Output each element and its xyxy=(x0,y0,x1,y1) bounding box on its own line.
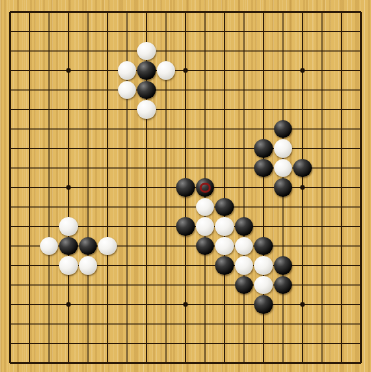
white-stone-glyph: ○ xyxy=(274,159,293,178)
stone-black: ● xyxy=(137,81,156,100)
white-stone-glyph: ○ xyxy=(235,237,254,256)
black-stone-glyph: ● xyxy=(254,159,273,178)
go-board[interactable]: ○○●○○●○●●○●○●●●●○●○●○○●○●●○●○○●○○●○○●●○●… xyxy=(0,0,371,372)
stone-white: ○ xyxy=(235,256,254,275)
stone-black: ● xyxy=(274,178,293,197)
stone-black: ● xyxy=(293,159,312,178)
stone-white: ○ xyxy=(274,139,293,158)
white-stone-glyph: ○ xyxy=(196,217,215,236)
white-stone-glyph: ○ xyxy=(118,81,137,100)
stone-black: ● xyxy=(274,120,293,139)
black-stone-glyph: ● xyxy=(274,178,293,197)
white-stone-glyph: ○ xyxy=(235,256,254,275)
black-stone-glyph: ● xyxy=(274,120,293,139)
stones-layer[interactable]: ○○●○○●○●●○●○●●●●○●○●○○●○●●○●○○●○○●○○●●○●… xyxy=(0,2,371,372)
stone-white: ○ xyxy=(196,198,215,217)
stone-black: ● xyxy=(254,237,273,256)
white-stone-glyph: ○ xyxy=(59,256,78,275)
white-stone-glyph: ○ xyxy=(118,61,137,80)
stone-black: ● xyxy=(176,178,195,197)
stone-white: ○ xyxy=(118,61,137,80)
stone-white: ○ xyxy=(254,256,273,275)
stone-white: ○ xyxy=(59,217,78,236)
stone-black: ● xyxy=(274,256,293,275)
white-stone-glyph: ○ xyxy=(79,256,98,275)
stone-white: ○ xyxy=(40,237,59,256)
white-stone-glyph: ○ xyxy=(274,139,293,158)
stone-black: ● xyxy=(254,159,273,178)
stone-white: ○ xyxy=(137,42,156,61)
stone-black: ● xyxy=(235,217,254,236)
stone-white: ○ xyxy=(196,217,215,236)
stone-black: ● xyxy=(254,139,273,158)
white-stone-glyph: ○ xyxy=(137,42,156,61)
stone-black: ● xyxy=(274,276,293,295)
white-stone-glyph: ○ xyxy=(196,198,215,217)
black-stone-glyph: ● xyxy=(176,178,195,197)
black-stone-glyph: ● xyxy=(215,198,234,217)
black-stone-glyph: ● xyxy=(215,256,234,275)
stone-black: ● xyxy=(176,217,195,236)
white-stone-glyph: ○ xyxy=(40,237,59,256)
black-stone-glyph: ● xyxy=(79,237,98,256)
white-stone-glyph: ○ xyxy=(254,276,273,295)
stone-white: ○ xyxy=(137,100,156,119)
black-stone-glyph: ● xyxy=(137,81,156,100)
black-stone-glyph: ● xyxy=(235,217,254,236)
white-stone-glyph: ○ xyxy=(137,100,156,119)
black-stone-glyph: ● xyxy=(137,61,156,80)
black-stone-glyph: ● xyxy=(293,159,312,178)
white-stone-glyph: ○ xyxy=(215,217,234,236)
black-stone-glyph: ● xyxy=(274,256,293,275)
white-stone-glyph: ○ xyxy=(98,237,117,256)
stone-white: ○ xyxy=(274,159,293,178)
stone-black: ● xyxy=(79,237,98,256)
white-stone-glyph: ○ xyxy=(215,237,234,256)
stone-white: ○ xyxy=(157,61,176,80)
stone-white: ○ xyxy=(79,256,98,275)
stone-white: ○ xyxy=(118,81,137,100)
stone-white: ○ xyxy=(215,237,234,256)
stone-white: ○ xyxy=(59,256,78,275)
stone-white: ○ xyxy=(215,217,234,236)
stone-white: ○ xyxy=(235,237,254,256)
white-stone-glyph: ○ xyxy=(59,217,78,236)
black-stone-glyph: ● xyxy=(254,139,273,158)
stone-white: ○ xyxy=(254,276,273,295)
black-stone-glyph: ● xyxy=(235,276,254,295)
stone-black: ● xyxy=(196,178,215,197)
stone-black: ● xyxy=(137,61,156,80)
black-stone-glyph: ● xyxy=(254,237,273,256)
black-stone-glyph: ● xyxy=(254,295,273,314)
black-stone-glyph: ● xyxy=(196,237,215,256)
stone-black: ● xyxy=(254,295,273,314)
black-stone-glyph: ● xyxy=(176,217,195,236)
black-stone-glyph: ● xyxy=(274,276,293,295)
stone-white: ○ xyxy=(98,237,117,256)
stone-black: ● xyxy=(215,256,234,275)
last-move-marker xyxy=(200,182,211,193)
stone-black: ● xyxy=(59,237,78,256)
white-stone-glyph: ○ xyxy=(254,256,273,275)
stone-black: ● xyxy=(215,198,234,217)
stone-black: ● xyxy=(235,276,254,295)
white-stone-glyph: ○ xyxy=(157,61,176,80)
black-stone-glyph: ● xyxy=(59,237,78,256)
stone-black: ● xyxy=(196,237,215,256)
